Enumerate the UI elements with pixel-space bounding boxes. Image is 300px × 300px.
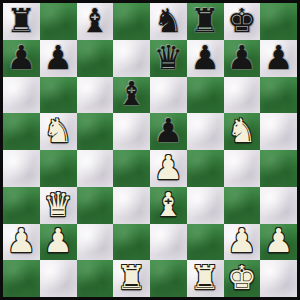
square-e6[interactable] — [150, 77, 187, 114]
piece-white-rook[interactable]: ♜ — [190, 261, 220, 294]
piece-black-pawn[interactable]: ♟ — [227, 41, 257, 74]
square-h1[interactable] — [260, 260, 297, 297]
square-d2[interactable] — [113, 224, 150, 261]
square-f5[interactable] — [187, 113, 224, 150]
square-c2[interactable] — [77, 224, 114, 261]
piece-black-bishop[interactable]: ♝ — [80, 4, 110, 37]
square-b2[interactable]: ♟ — [40, 224, 77, 261]
square-c8[interactable]: ♝ — [77, 3, 114, 40]
square-e1[interactable] — [150, 260, 187, 297]
square-a7[interactable]: ♟ — [3, 40, 40, 77]
square-f3[interactable] — [187, 187, 224, 224]
piece-black-knight[interactable]: ♞ — [154, 4, 184, 37]
piece-black-pawn[interactable]: ♟ — [190, 41, 220, 74]
square-d6[interactable]: ♝ — [113, 77, 150, 114]
square-d5[interactable] — [113, 113, 150, 150]
chess-board: ♜♝♞♜♚♟♟♛♟♟♟♝♞♟♞♟♛♝♟♟♟♟♜♜♚ — [3, 3, 297, 297]
square-h2[interactable]: ♟ — [260, 224, 297, 261]
square-h7[interactable]: ♟ — [260, 40, 297, 77]
piece-white-knight[interactable]: ♞ — [227, 114, 257, 147]
square-b4[interactable] — [40, 150, 77, 187]
square-g7[interactable]: ♟ — [224, 40, 261, 77]
piece-white-pawn[interactable]: ♟ — [43, 224, 73, 257]
square-b8[interactable] — [40, 3, 77, 40]
piece-white-knight[interactable]: ♞ — [43, 114, 73, 147]
square-f1[interactable]: ♜ — [187, 260, 224, 297]
square-d1[interactable]: ♜ — [113, 260, 150, 297]
square-f2[interactable] — [187, 224, 224, 261]
piece-black-rook[interactable]: ♜ — [7, 4, 37, 37]
piece-white-pawn[interactable]: ♟ — [264, 224, 294, 257]
square-b1[interactable] — [40, 260, 77, 297]
square-c6[interactable] — [77, 77, 114, 114]
piece-white-rook[interactable]: ♜ — [117, 261, 147, 294]
square-b6[interactable] — [40, 77, 77, 114]
square-b5[interactable]: ♞ — [40, 113, 77, 150]
piece-white-pawn[interactable]: ♟ — [7, 224, 37, 257]
square-a4[interactable] — [3, 150, 40, 187]
square-g1[interactable]: ♚ — [224, 260, 261, 297]
square-g3[interactable] — [224, 187, 261, 224]
square-e8[interactable]: ♞ — [150, 3, 187, 40]
square-a2[interactable]: ♟ — [3, 224, 40, 261]
piece-black-pawn[interactable]: ♟ — [7, 41, 37, 74]
square-b7[interactable]: ♟ — [40, 40, 77, 77]
piece-white-king[interactable]: ♚ — [227, 261, 257, 294]
square-a3[interactable] — [3, 187, 40, 224]
square-g5[interactable]: ♞ — [224, 113, 261, 150]
piece-black-pawn[interactable]: ♟ — [43, 41, 73, 74]
square-a6[interactable] — [3, 77, 40, 114]
square-f8[interactable]: ♜ — [187, 3, 224, 40]
piece-black-rook[interactable]: ♜ — [190, 4, 220, 37]
square-d8[interactable] — [113, 3, 150, 40]
square-a5[interactable] — [3, 113, 40, 150]
square-e3[interactable]: ♝ — [150, 187, 187, 224]
piece-black-pawn[interactable]: ♟ — [264, 41, 294, 74]
square-a1[interactable] — [3, 260, 40, 297]
piece-white-pawn[interactable]: ♟ — [227, 224, 257, 257]
square-b3[interactable]: ♛ — [40, 187, 77, 224]
chess-board-frame: ♜♝♞♜♚♟♟♛♟♟♟♝♞♟♞♟♛♝♟♟♟♟♜♜♚ — [0, 0, 300, 300]
square-g4[interactable] — [224, 150, 261, 187]
square-h6[interactable] — [260, 77, 297, 114]
square-c3[interactable] — [77, 187, 114, 224]
square-c1[interactable] — [77, 260, 114, 297]
square-e5[interactable]: ♟ — [150, 113, 187, 150]
square-a8[interactable]: ♜ — [3, 3, 40, 40]
piece-white-bishop[interactable]: ♝ — [154, 188, 184, 221]
piece-white-queen[interactable]: ♛ — [43, 188, 73, 221]
square-g2[interactable]: ♟ — [224, 224, 261, 261]
square-e4[interactable]: ♟ — [150, 150, 187, 187]
square-h3[interactable] — [260, 187, 297, 224]
square-c4[interactable] — [77, 150, 114, 187]
piece-black-king[interactable]: ♚ — [227, 4, 257, 37]
square-d7[interactable] — [113, 40, 150, 77]
square-e7[interactable]: ♛ — [150, 40, 187, 77]
piece-black-queen[interactable]: ♛ — [154, 41, 184, 74]
square-h5[interactable] — [260, 113, 297, 150]
square-c7[interactable] — [77, 40, 114, 77]
piece-black-pawn[interactable]: ♟ — [154, 114, 184, 147]
square-h4[interactable] — [260, 150, 297, 187]
square-g6[interactable] — [224, 77, 261, 114]
square-f4[interactable] — [187, 150, 224, 187]
square-f7[interactable]: ♟ — [187, 40, 224, 77]
square-g8[interactable]: ♚ — [224, 3, 261, 40]
square-f6[interactable] — [187, 77, 224, 114]
square-e2[interactable] — [150, 224, 187, 261]
square-d3[interactable] — [113, 187, 150, 224]
square-h8[interactable] — [260, 3, 297, 40]
piece-black-bishop[interactable]: ♝ — [117, 77, 147, 110]
square-d4[interactable] — [113, 150, 150, 187]
square-c5[interactable] — [77, 113, 114, 150]
piece-white-pawn[interactable]: ♟ — [154, 151, 184, 184]
